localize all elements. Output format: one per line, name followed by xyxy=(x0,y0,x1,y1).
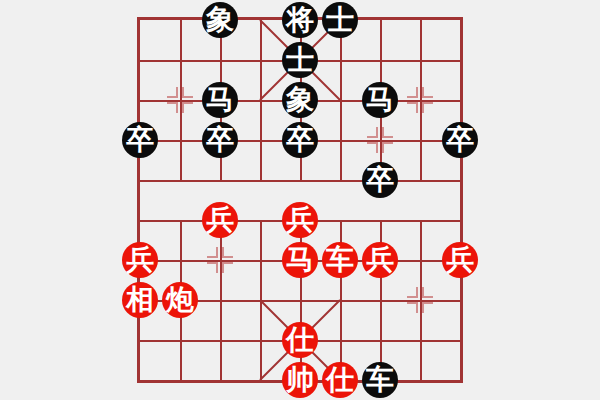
point-marker-corner xyxy=(407,87,418,98)
point-marker xyxy=(207,247,233,273)
point-marker xyxy=(367,127,393,153)
piece-black-soldier[interactable]: 卒 xyxy=(202,122,238,158)
point-marker-corner xyxy=(222,247,233,258)
piece-black-elephant[interactable]: 象 xyxy=(202,2,238,38)
point-marker-corner xyxy=(367,127,378,138)
piece-black-horse[interactable]: 马 xyxy=(362,82,398,118)
point-marker-corner xyxy=(207,247,218,258)
point-marker-corner xyxy=(367,142,378,153)
point-marker-corner xyxy=(407,102,418,113)
point-marker-corner xyxy=(207,262,218,273)
piece-black-soldier[interactable]: 卒 xyxy=(282,122,318,158)
point-marker-corner xyxy=(167,87,178,98)
xiangqi-app: 象将士士马象马卒卒卒卒卒兵兵兵马车兵兵相炮仕帅仕车 xyxy=(0,0,600,400)
point-marker-corner xyxy=(422,87,433,98)
piece-red-elephant[interactable]: 相 xyxy=(122,282,158,318)
piece-black-soldier[interactable]: 卒 xyxy=(122,122,158,158)
board-cell xyxy=(140,340,180,380)
board-cell xyxy=(180,340,220,380)
board-cell xyxy=(340,300,380,340)
board-cell xyxy=(420,340,460,380)
piece-black-chariot[interactable]: 车 xyxy=(362,362,398,398)
point-marker-corner xyxy=(422,102,433,113)
point-marker-corner xyxy=(407,287,418,298)
piece-red-soldier[interactable]: 兵 xyxy=(122,242,158,278)
piece-red-soldier[interactable]: 兵 xyxy=(202,202,238,238)
piece-black-advisor[interactable]: 士 xyxy=(282,42,318,78)
piece-red-horse[interactable]: 马 xyxy=(282,242,318,278)
piece-black-general[interactable]: 将 xyxy=(282,2,318,38)
point-marker-corner xyxy=(182,87,193,98)
piece-black-soldier[interactable]: 卒 xyxy=(362,162,398,198)
piece-black-soldier[interactable]: 卒 xyxy=(442,122,478,158)
piece-black-horse[interactable]: 马 xyxy=(202,82,238,118)
piece-red-soldier[interactable]: 兵 xyxy=(362,242,398,278)
point-marker-corner xyxy=(222,262,233,273)
point-marker xyxy=(407,87,433,113)
piece-red-king[interactable]: 帅 xyxy=(282,362,318,398)
board-cell xyxy=(380,20,420,60)
point-marker-corner xyxy=(167,102,178,113)
piece-red-advisor[interactable]: 仕 xyxy=(322,362,358,398)
point-marker-corner xyxy=(407,302,418,313)
point-marker xyxy=(407,287,433,313)
point-marker-corner xyxy=(382,127,393,138)
point-marker xyxy=(167,87,193,113)
point-marker-corner xyxy=(422,287,433,298)
piece-red-cannon[interactable]: 炮 xyxy=(162,282,198,318)
board-cell xyxy=(220,300,260,340)
piece-black-advisor[interactable]: 士 xyxy=(322,2,358,38)
piece-black-elephant[interactable]: 象 xyxy=(282,82,318,118)
piece-red-advisor[interactable]: 仕 xyxy=(282,322,318,358)
piece-red-chariot[interactable]: 车 xyxy=(322,242,358,278)
board-cell xyxy=(420,20,460,60)
piece-red-soldier[interactable]: 兵 xyxy=(442,242,478,278)
point-marker-corner xyxy=(422,302,433,313)
point-marker-corner xyxy=(182,102,193,113)
board-cell xyxy=(220,340,260,380)
board-cell xyxy=(140,180,180,220)
board-cell xyxy=(140,20,180,60)
piece-red-soldier[interactable]: 兵 xyxy=(282,202,318,238)
board-cell xyxy=(420,180,460,220)
point-marker-corner xyxy=(382,142,393,153)
